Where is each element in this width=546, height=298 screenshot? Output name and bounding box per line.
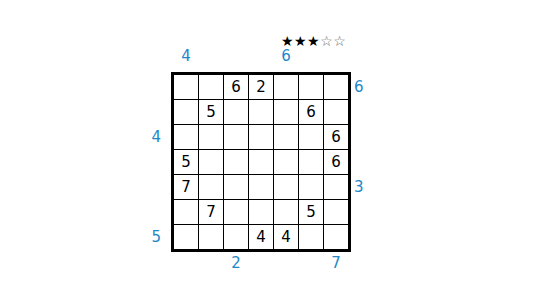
clues-top: 46 xyxy=(174,46,348,66)
clues-bottom: 27 xyxy=(174,253,348,273)
cell-r6c2[interactable]: 7 xyxy=(199,200,223,224)
cell-r6c4[interactable] xyxy=(249,200,273,224)
cell-r6c1[interactable] xyxy=(174,200,198,224)
clue-bottom-3: 2 xyxy=(224,253,248,273)
cell-r7c5[interactable]: 4 xyxy=(274,225,298,249)
cell-r2c3[interactable] xyxy=(224,100,248,124)
cell-r6c5[interactable] xyxy=(274,200,298,224)
cell-r7c7[interactable] xyxy=(324,225,348,249)
cell-r4c2[interactable] xyxy=(199,150,223,174)
cell-r5c4[interactable] xyxy=(249,175,273,199)
clue-left-1 xyxy=(144,75,164,99)
cell-r7c1[interactable] xyxy=(174,225,198,249)
cell-r6c7[interactable] xyxy=(324,200,348,224)
clue-right-7 xyxy=(353,225,373,249)
clue-right-5: 3 xyxy=(353,175,373,199)
clue-right-6 xyxy=(353,200,373,224)
cell-r3c3[interactable] xyxy=(224,125,248,149)
cell-r3c1[interactable] xyxy=(174,125,198,149)
clue-left-4 xyxy=(144,150,164,174)
cell-r2c1[interactable] xyxy=(174,100,198,124)
cell-r3c5[interactable] xyxy=(274,125,298,149)
cell-r3c6[interactable] xyxy=(299,125,323,149)
clue-top-5: 6 xyxy=(274,46,298,66)
cell-r7c3[interactable] xyxy=(224,225,248,249)
clue-right-4 xyxy=(353,150,373,174)
cell-r1c3[interactable]: 6 xyxy=(224,75,248,99)
clue-right-1: 6 xyxy=(353,75,373,99)
puzzle-board: 625665677544 xyxy=(171,72,351,252)
cell-r3c2[interactable] xyxy=(199,125,223,149)
clue-top-6 xyxy=(299,46,323,66)
cell-r7c4[interactable]: 4 xyxy=(249,225,273,249)
cell-r1c2[interactable] xyxy=(199,75,223,99)
cell-r7c6[interactable] xyxy=(299,225,323,249)
cell-r3c4[interactable] xyxy=(249,125,273,149)
cell-r4c6[interactable] xyxy=(299,150,323,174)
clue-left-6 xyxy=(144,200,164,224)
cell-r5c1[interactable]: 7 xyxy=(174,175,198,199)
cell-r4c3[interactable] xyxy=(224,150,248,174)
clue-left-5 xyxy=(144,175,164,199)
clue-top-4 xyxy=(249,46,273,66)
cell-r1c1[interactable] xyxy=(174,75,198,99)
cell-r5c5[interactable] xyxy=(274,175,298,199)
cell-r5c3[interactable] xyxy=(224,175,248,199)
clues-left: 45 xyxy=(144,75,164,249)
cell-r4c7[interactable]: 6 xyxy=(324,150,348,174)
clue-bottom-2 xyxy=(199,253,223,273)
clue-left-3: 4 xyxy=(144,125,164,149)
cell-r6c6[interactable]: 5 xyxy=(299,200,323,224)
clue-bottom-5 xyxy=(274,253,298,273)
cell-r2c2[interactable]: 5 xyxy=(199,100,223,124)
clue-top-1: 4 xyxy=(174,46,198,66)
clue-right-2 xyxy=(353,100,373,124)
cell-r1c5[interactable] xyxy=(274,75,298,99)
puzzle-page: ★★★☆☆ 46 45 625665677544 63 27 xyxy=(0,0,546,298)
cell-r5c6[interactable] xyxy=(299,175,323,199)
clue-bottom-4 xyxy=(249,253,273,273)
clue-bottom-1 xyxy=(174,253,198,273)
cell-r7c2[interactable] xyxy=(199,225,223,249)
clue-bottom-6 xyxy=(299,253,323,273)
clue-top-7 xyxy=(324,46,348,66)
cell-r5c2[interactable] xyxy=(199,175,223,199)
cell-r3c7[interactable]: 6 xyxy=(324,125,348,149)
cell-r4c4[interactable] xyxy=(249,150,273,174)
clues-right: 63 xyxy=(353,75,373,249)
cell-r1c4[interactable]: 2 xyxy=(249,75,273,99)
cell-r2c7[interactable] xyxy=(324,100,348,124)
cell-r2c6[interactable]: 6 xyxy=(299,100,323,124)
clue-top-3 xyxy=(224,46,248,66)
cell-r1c7[interactable] xyxy=(324,75,348,99)
cell-r5c7[interactable] xyxy=(324,175,348,199)
cell-r4c1[interactable]: 5 xyxy=(174,150,198,174)
cell-r4c5[interactable] xyxy=(274,150,298,174)
clue-bottom-7: 7 xyxy=(324,253,348,273)
clue-top-2 xyxy=(199,46,223,66)
clue-right-3 xyxy=(353,125,373,149)
cell-r6c3[interactable] xyxy=(224,200,248,224)
clue-left-7: 5 xyxy=(144,225,164,249)
cell-r1c6[interactable] xyxy=(299,75,323,99)
cell-r2c4[interactable] xyxy=(249,100,273,124)
cell-r2c5[interactable] xyxy=(274,100,298,124)
clue-left-2 xyxy=(144,100,164,124)
